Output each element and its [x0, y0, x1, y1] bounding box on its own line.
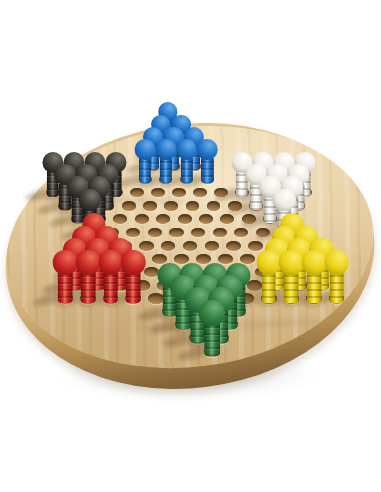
hole[interactable]: [135, 214, 149, 224]
red-peg-body: [58, 271, 73, 302]
blue-ball-top: [156, 139, 177, 160]
hole[interactable]: [186, 201, 200, 210]
peg-green[interactable]: [199, 300, 225, 356]
yellow-ball-top: [302, 250, 327, 275]
red-ball-top: [53, 250, 78, 275]
hole[interactable]: [178, 214, 192, 224]
peg-red[interactable]: [76, 250, 101, 303]
peg-red[interactable]: [53, 250, 78, 303]
blue-ball-top: [135, 139, 156, 160]
hole[interactable]: [130, 188, 143, 197]
hole[interactable]: [213, 228, 227, 238]
hole[interactable]: [156, 214, 170, 224]
yellow-peg-body: [262, 271, 277, 302]
green-ball-top: [199, 300, 225, 326]
yellow-ball-top: [279, 250, 304, 275]
hole[interactable]: [148, 228, 162, 238]
hole[interactable]: [161, 241, 176, 251]
blue-peg-body: [160, 157, 172, 183]
red-ball-top: [121, 250, 146, 275]
chinese-checkers-photo: [0, 0, 381, 492]
hole[interactable]: [143, 201, 157, 210]
peg-blue[interactable]: [156, 139, 177, 183]
peg-yellow[interactable]: [302, 250, 327, 303]
red-peg-body: [126, 271, 141, 302]
hole[interactable]: [169, 228, 183, 238]
yellow-ball-top: [324, 250, 349, 275]
hole[interactable]: [139, 241, 154, 251]
yellow-ball-top: [257, 250, 282, 275]
peg-yellow[interactable]: [257, 250, 282, 303]
blue-ball-top: [197, 139, 218, 160]
peg-yellow[interactable]: [324, 250, 349, 303]
red-peg-body: [81, 271, 96, 302]
hole[interactable]: [151, 188, 164, 197]
yellow-peg-body: [307, 271, 322, 302]
yellow-peg-body: [329, 271, 344, 302]
red-ball-top: [98, 250, 123, 275]
hole[interactable]: [183, 241, 198, 251]
hole[interactable]: [122, 201, 136, 210]
blue-peg-body: [181, 157, 193, 183]
blue-ball-top: [176, 139, 197, 160]
hole[interactable]: [226, 241, 241, 251]
red-ball-top: [76, 250, 101, 275]
peg-red[interactable]: [98, 250, 123, 303]
white-ball-top: [273, 189, 295, 211]
peg-blue[interactable]: [135, 139, 156, 183]
black-ball-top: [79, 189, 101, 211]
hole[interactable]: [205, 241, 220, 251]
hole[interactable]: [193, 188, 206, 197]
peg-blue[interactable]: [176, 139, 197, 183]
peg-blue[interactable]: [197, 139, 218, 183]
peg-yellow[interactable]: [279, 250, 304, 303]
blue-peg-body: [139, 157, 151, 183]
green-peg-body: [204, 322, 220, 356]
red-peg-body: [103, 271, 118, 302]
hole[interactable]: [172, 188, 185, 197]
peg-red[interactable]: [121, 250, 146, 303]
blue-peg-body: [201, 157, 213, 183]
hole[interactable]: [199, 214, 213, 224]
hole[interactable]: [164, 201, 178, 210]
hole[interactable]: [248, 241, 263, 251]
yellow-peg-body: [284, 271, 299, 302]
hole[interactable]: [207, 201, 221, 210]
